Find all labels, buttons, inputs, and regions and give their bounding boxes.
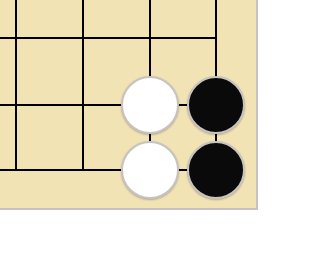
grid-line-vertical-0 [15,0,17,171]
go-stone-black [187,76,245,134]
screenshot-canvas [0,0,328,268]
go-stone-black [187,141,245,199]
grid-line-vertical-1 [82,0,84,171]
go-stone-white [121,76,179,134]
grid-line-horizontal-0 [0,37,217,39]
grid-line-horizontal-1 [0,104,217,106]
grid-line-horizontal-2 [0,169,217,171]
go-board[interactable] [0,0,258,210]
go-stone-white [121,141,179,199]
